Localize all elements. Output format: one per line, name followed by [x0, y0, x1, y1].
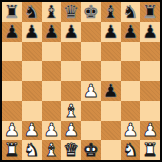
- piece-white-pawn[interactable]: ♟: [43, 121, 59, 139]
- square-h8[interactable]: ♜: [140, 2, 160, 22]
- square-f5[interactable]: [101, 61, 121, 81]
- piece-black-pawn[interactable]: ♟: [24, 22, 40, 40]
- piece-black-rook[interactable]: ♜: [4, 2, 20, 20]
- piece-white-knight[interactable]: ♞: [24, 141, 40, 159]
- square-b6[interactable]: [22, 42, 42, 62]
- piece-white-bishop[interactable]: ♝: [63, 101, 79, 119]
- square-b2[interactable]: ♟: [22, 121, 42, 141]
- square-h6[interactable]: [140, 42, 160, 62]
- square-g3[interactable]: [121, 101, 141, 121]
- piece-white-pawn[interactable]: ♟: [63, 121, 79, 139]
- piece-black-pawn[interactable]: ♟: [4, 22, 20, 40]
- piece-white-pawn[interactable]: ♟: [4, 121, 20, 139]
- piece-white-knight[interactable]: ♞: [122, 141, 138, 159]
- square-e5[interactable]: [81, 61, 101, 81]
- square-c3[interactable]: [42, 101, 62, 121]
- square-c4[interactable]: [42, 81, 62, 101]
- square-b8[interactable]: ♞: [22, 2, 42, 22]
- square-d6[interactable]: [61, 42, 81, 62]
- square-e2[interactable]: [81, 121, 101, 141]
- chess-board-frame: ♜♞♝♛♚♝♞♜♟♟♟♟♟♟♟♟♟♝♟♟♟♟♟♟♜♞♝♛♚♞♜: [0, 0, 162, 162]
- piece-white-pawn[interactable]: ♟: [83, 81, 99, 99]
- square-b1[interactable]: ♞: [22, 140, 42, 160]
- square-c7[interactable]: ♟: [42, 22, 62, 42]
- piece-white-pawn[interactable]: ♟: [122, 121, 138, 139]
- piece-black-pawn[interactable]: ♟: [122, 22, 138, 40]
- piece-black-bishop[interactable]: ♝: [103, 2, 119, 20]
- piece-white-bishop[interactable]: ♝: [43, 141, 59, 159]
- piece-black-pawn[interactable]: ♟: [103, 81, 119, 99]
- piece-black-knight[interactable]: ♞: [122, 2, 138, 20]
- square-f8[interactable]: ♝: [101, 2, 121, 22]
- square-c8[interactable]: ♝: [42, 2, 62, 22]
- square-c1[interactable]: ♝: [42, 140, 62, 160]
- square-b5[interactable]: [22, 61, 42, 81]
- piece-black-knight[interactable]: ♞: [24, 2, 40, 20]
- piece-black-pawn[interactable]: ♟: [43, 22, 59, 40]
- square-e7[interactable]: [81, 22, 101, 42]
- square-d7[interactable]: ♟: [61, 22, 81, 42]
- square-d3[interactable]: ♝: [61, 101, 81, 121]
- square-c6[interactable]: [42, 42, 62, 62]
- square-h3[interactable]: [140, 101, 160, 121]
- square-b3[interactable]: [22, 101, 42, 121]
- piece-black-bishop[interactable]: ♝: [43, 2, 59, 20]
- square-f2[interactable]: [101, 121, 121, 141]
- piece-black-pawn[interactable]: ♟: [103, 22, 119, 40]
- square-f3[interactable]: [101, 101, 121, 121]
- square-a6[interactable]: [2, 42, 22, 62]
- piece-black-rook[interactable]: ♜: [142, 2, 158, 20]
- piece-white-queen[interactable]: ♛: [63, 141, 79, 159]
- square-e4[interactable]: ♟: [81, 81, 101, 101]
- square-e6[interactable]: [81, 42, 101, 62]
- square-d5[interactable]: [61, 61, 81, 81]
- square-a2[interactable]: ♟: [2, 121, 22, 141]
- square-g6[interactable]: [121, 42, 141, 62]
- square-d4[interactable]: [61, 81, 81, 101]
- piece-black-pawn[interactable]: ♟: [142, 22, 158, 40]
- square-g7[interactable]: ♟: [121, 22, 141, 42]
- square-h1[interactable]: ♜: [140, 140, 160, 160]
- piece-white-king[interactable]: ♚: [83, 141, 99, 159]
- piece-black-queen[interactable]: ♛: [63, 2, 79, 20]
- square-g8[interactable]: ♞: [121, 2, 141, 22]
- square-d8[interactable]: ♛: [61, 2, 81, 22]
- square-a5[interactable]: [2, 61, 22, 81]
- square-f7[interactable]: ♟: [101, 22, 121, 42]
- square-f6[interactable]: [101, 42, 121, 62]
- square-g4[interactable]: [121, 81, 141, 101]
- square-h7[interactable]: ♟: [140, 22, 160, 42]
- piece-white-pawn[interactable]: ♟: [142, 121, 158, 139]
- square-g5[interactable]: [121, 61, 141, 81]
- square-f4[interactable]: ♟: [101, 81, 121, 101]
- square-h4[interactable]: [140, 81, 160, 101]
- square-g1[interactable]: ♞: [121, 140, 141, 160]
- square-a4[interactable]: [2, 81, 22, 101]
- square-b4[interactable]: [22, 81, 42, 101]
- square-f1[interactable]: [101, 140, 121, 160]
- piece-white-pawn[interactable]: ♟: [24, 121, 40, 139]
- square-a3[interactable]: [2, 101, 22, 121]
- square-e3[interactable]: [81, 101, 101, 121]
- square-e1[interactable]: ♚: [81, 140, 101, 160]
- square-a8[interactable]: ♜: [2, 2, 22, 22]
- square-d2[interactable]: ♟: [61, 121, 81, 141]
- square-h5[interactable]: [140, 61, 160, 81]
- square-a1[interactable]: ♜: [2, 140, 22, 160]
- square-c2[interactable]: ♟: [42, 121, 62, 141]
- square-d1[interactable]: ♛: [61, 140, 81, 160]
- square-b7[interactable]: ♟: [22, 22, 42, 42]
- square-h2[interactable]: ♟: [140, 121, 160, 141]
- piece-black-king[interactable]: ♚: [83, 2, 99, 20]
- square-c5[interactable]: [42, 61, 62, 81]
- square-g2[interactable]: ♟: [121, 121, 141, 141]
- square-a7[interactable]: ♟: [2, 22, 22, 42]
- chess-board[interactable]: ♜♞♝♛♚♝♞♜♟♟♟♟♟♟♟♟♟♝♟♟♟♟♟♟♜♞♝♛♚♞♜: [2, 2, 160, 160]
- piece-white-rook[interactable]: ♜: [142, 141, 158, 159]
- piece-white-rook[interactable]: ♜: [4, 141, 20, 159]
- piece-black-pawn[interactable]: ♟: [63, 22, 79, 40]
- square-e8[interactable]: ♚: [81, 2, 101, 22]
